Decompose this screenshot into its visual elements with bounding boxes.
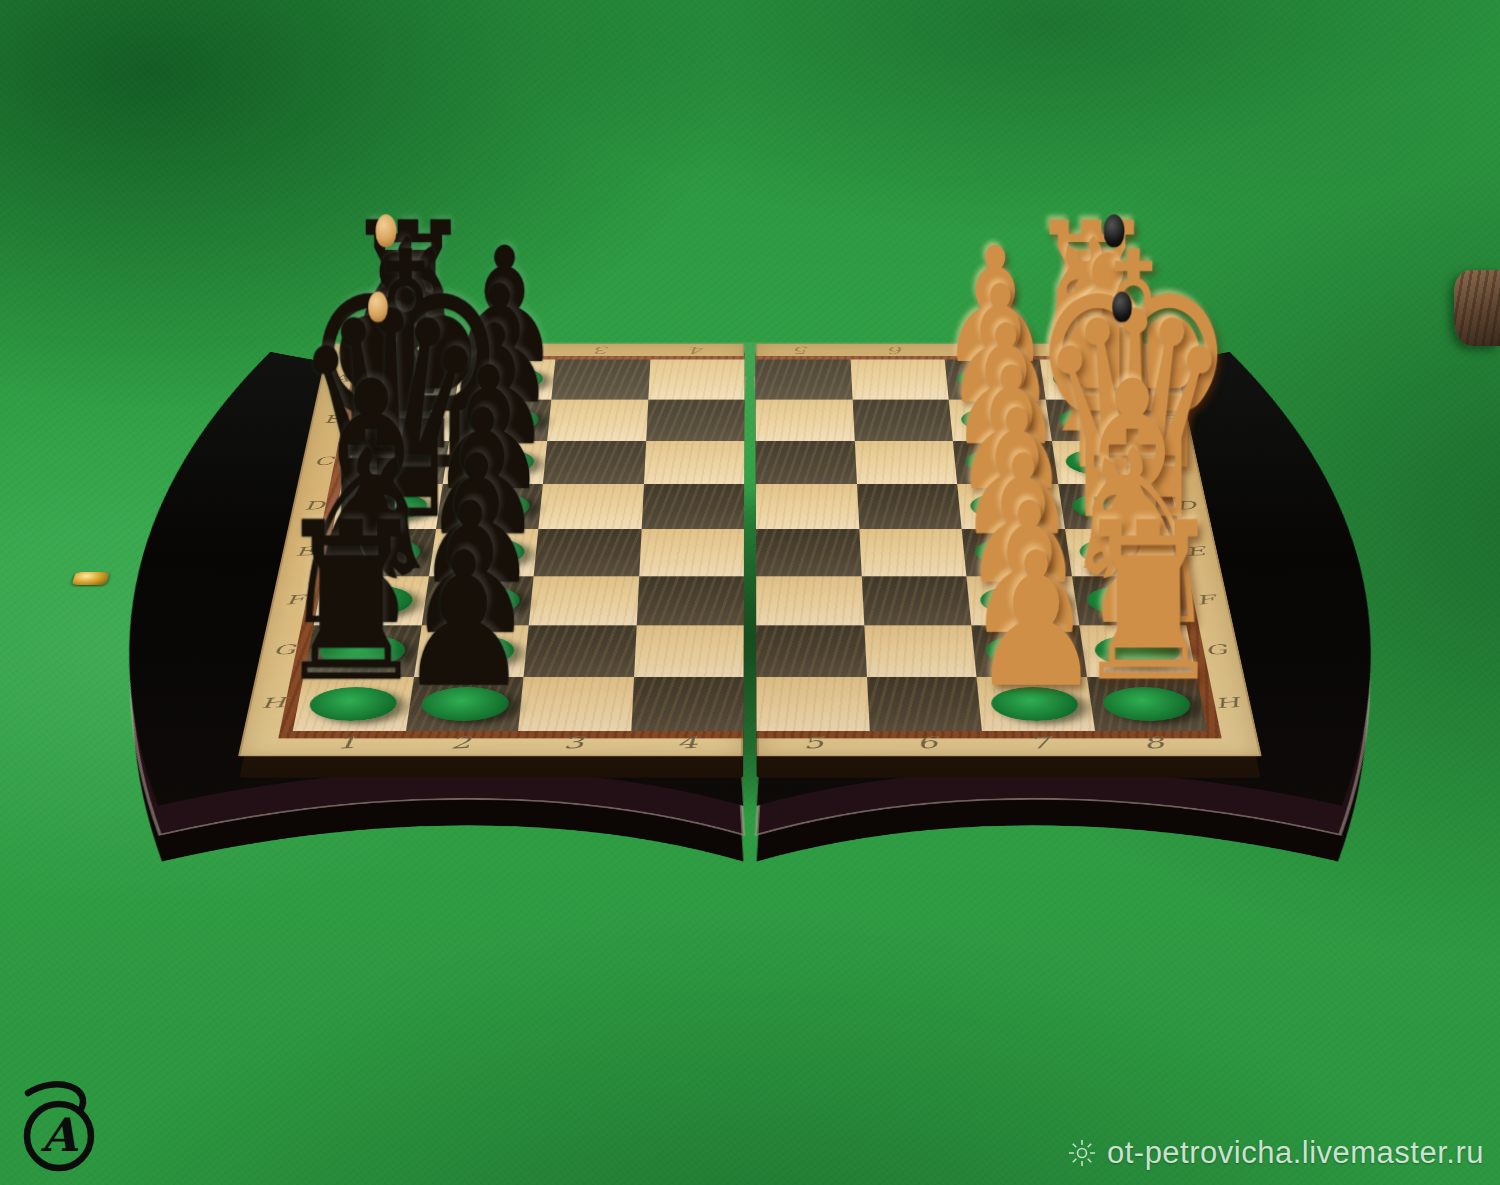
watermark-text: ot-petrovicha.livemaster.ru [1107, 1135, 1484, 1171]
watermark: ot-petrovicha.livemaster.ru [1067, 1135, 1484, 1171]
background-wood-plank [1454, 270, 1500, 346]
finial [1103, 214, 1124, 247]
sunburst-icon [1067, 1138, 1097, 1168]
piece-wood-rook: ♜ [1052, 494, 1244, 712]
photo-scene: 1122334455667788AABBCCDDEEFFGGHH ♜♟♟♜♞♟♟… [0, 0, 1500, 1185]
piece-black-pawn: ♟ [367, 527, 559, 713]
finial [1112, 292, 1132, 323]
monogram-letter: A [40, 1108, 78, 1162]
monogram-logo: A [14, 1077, 106, 1177]
pieces-layer: ♜♟♟♜♞♟♟♞♝♟♟♝♚♟♟♚♛♟♟♛♝♟♟♝♞♟♟♞♜♟♟♜ [0, 323, 1500, 782]
finial [368, 292, 388, 323]
finial [376, 214, 397, 247]
chess-set: 1122334455667788AABBCCDDEEFFGGHH ♜♟♟♜♞♟♟… [0, 348, 1500, 811]
